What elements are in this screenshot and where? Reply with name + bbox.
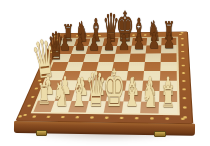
black-pawn-e7[interactable]: ♟ <box>118 31 130 52</box>
white-rook-a1[interactable]: ♜ <box>37 82 51 111</box>
black-pawn-h7[interactable]: ♟ <box>163 31 175 53</box>
black-pawn-d7[interactable]: ♟ <box>103 31 114 52</box>
white-bishop-c1[interactable]: ♝ <box>70 73 87 112</box>
white-king-e1[interactable]: ♚ <box>103 63 125 115</box>
chess-set-product-photo: ♜♞♝♛♚♝♞♜♟♟♟♟♟♟♟♟♟♟♟♟♟♟♟♟♜♞♝♛♚♝♞♜♛♛ <box>0 0 210 146</box>
black-pawn-g7[interactable]: ♟ <box>148 31 160 53</box>
black-pawn-c7[interactable]: ♟ <box>89 32 100 53</box>
white-knight-b1[interactable]: ♞ <box>53 77 69 111</box>
black-pawn-b7[interactable]: ♟ <box>74 32 85 53</box>
white-bishop-f1[interactable]: ♝ <box>123 73 141 112</box>
black-pawn-f7[interactable]: ♟ <box>133 31 145 53</box>
white-rook-h1[interactable]: ♜ <box>161 82 176 112</box>
white-knight-g1[interactable]: ♞ <box>141 77 157 112</box>
pieces-layer: ♜♞♝♛♚♝♞♜♟♟♟♟♟♟♟♟♟♟♟♟♟♟♟♟♜♞♝♛♚♝♞♜♛♛ <box>0 0 210 146</box>
